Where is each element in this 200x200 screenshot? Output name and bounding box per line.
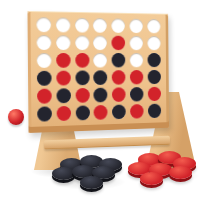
release-knob[interactable] (8, 109, 24, 125)
red-disc: ● (130, 70, 143, 84)
red-disc: ● (112, 70, 126, 85)
black-disc: ● (94, 87, 108, 102)
red-disc: ● (57, 105, 71, 120)
hole-r2-c1[interactable] (37, 35, 52, 50)
red-disc: ● (56, 53, 70, 68)
black-disc: ● (57, 88, 71, 103)
hole-r3-c3[interactable]: ● (75, 53, 89, 68)
black-disc: ● (112, 104, 126, 119)
hole-r4-c4[interactable]: ● (94, 70, 108, 85)
hole-r2-c7[interactable] (147, 36, 160, 50)
red-disc: ● (37, 88, 52, 103)
red-disc[interactable] (169, 166, 192, 179)
hole-r1-c5[interactable] (111, 18, 125, 33)
black-disc: ● (147, 69, 160, 83)
red-disc: ● (56, 70, 70, 85)
hole-r6-c2[interactable]: ● (57, 105, 71, 120)
hole-r4-c1[interactable]: ● (37, 70, 52, 85)
hole-r1-c4[interactable] (93, 18, 107, 33)
hole-r2-c2[interactable] (56, 35, 70, 50)
hole-r1-c7[interactable] (147, 19, 160, 33)
hole-r5-c4[interactable]: ● (94, 87, 108, 102)
connect-four-board: ●●●●●●●●●●●●●●●●●●●●●●●●●● (27, 11, 169, 133)
hole-r3-c6[interactable] (130, 53, 144, 67)
red-disc[interactable] (140, 172, 163, 185)
black-disc: ● (112, 53, 126, 67)
hole-r6-c6[interactable]: ● (130, 104, 143, 119)
hole-r1-c2[interactable] (56, 17, 70, 32)
hole-r3-c7[interactable]: ● (147, 53, 160, 67)
red-disc: ● (94, 105, 108, 120)
hole-r1-c3[interactable] (75, 17, 89, 32)
hole-r3-c1[interactable] (37, 53, 52, 68)
red-disc: ● (130, 104, 143, 119)
hole-r2-c6[interactable] (129, 35, 143, 49)
black-disc: ● (75, 70, 89, 85)
hole-r2-c5[interactable]: ● (112, 35, 126, 49)
red-disc: ● (112, 35, 126, 49)
hole-r4-c2[interactable]: ● (56, 70, 70, 85)
black-disc: ● (94, 70, 108, 85)
hole-r5-c2[interactable]: ● (57, 88, 71, 103)
hole-r4-c6[interactable]: ● (130, 70, 143, 84)
hole-r5-c7[interactable]: ● (147, 86, 160, 100)
hole-r5-c6[interactable]: ● (130, 87, 143, 102)
hole-r6-c5[interactable]: ● (112, 104, 126, 119)
hole-r4-c7[interactable]: ● (147, 69, 160, 83)
hole-r1-c1[interactable] (37, 17, 52, 32)
red-disc: ● (75, 87, 89, 102)
hole-r3-c5[interactable]: ● (112, 53, 126, 67)
hole-r6-c7[interactable]: ● (148, 103, 161, 117)
hole-r5-c3[interactable]: ● (75, 87, 89, 102)
hole-r2-c4[interactable] (93, 35, 107, 50)
hole-r6-c3[interactable]: ● (76, 105, 90, 120)
connect-four-product-photo: ●●●●●●●●●●●●●●●●●●●●●●●●●● (0, 0, 200, 200)
black-disc: ● (38, 106, 53, 121)
hole-r6-c4[interactable]: ● (94, 105, 108, 120)
red-disc: ● (147, 86, 160, 100)
hole-r5-c5[interactable]: ● (112, 87, 126, 102)
red-disc: ● (112, 87, 126, 102)
black-disc[interactable] (80, 176, 103, 189)
black-disc: ● (147, 53, 160, 67)
black-disc: ● (76, 105, 90, 120)
hole-r3-c2[interactable]: ● (56, 53, 70, 68)
black-disc: ● (37, 70, 52, 85)
hole-r2-c3[interactable] (75, 35, 89, 50)
black-disc: ● (148, 103, 161, 117)
red-disc: ● (75, 53, 89, 68)
hole-r6-c1[interactable]: ● (38, 106, 53, 121)
hole-r5-c1[interactable]: ● (37, 88, 52, 103)
hole-r4-c5[interactable]: ● (112, 70, 126, 85)
hole-r3-c4[interactable] (94, 53, 108, 68)
black-disc: ● (130, 87, 143, 102)
hole-r1-c6[interactable] (129, 18, 143, 32)
hole-r4-c3[interactable]: ● (75, 70, 89, 85)
